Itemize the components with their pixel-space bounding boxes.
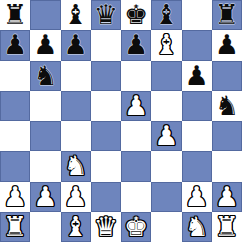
black-rook[interactable]: ♜ <box>215 0 239 30</box>
square-e6[interactable] <box>121 61 151 91</box>
square-h2[interactable]: ♟ <box>212 182 242 212</box>
square-b6[interactable]: ♞ <box>30 61 60 91</box>
square-f2[interactable] <box>151 182 181 212</box>
black-pawn[interactable]: ♟ <box>3 30 27 60</box>
square-e3[interactable] <box>121 151 151 181</box>
square-g6[interactable]: ♟ <box>182 61 212 91</box>
square-e2[interactable] <box>121 182 151 212</box>
square-d5[interactable] <box>91 91 121 121</box>
square-c3[interactable]: ♞ <box>61 151 91 181</box>
square-f1[interactable] <box>151 212 181 242</box>
square-h6[interactable] <box>212 61 242 91</box>
square-h1[interactable]: ♜ <box>212 212 242 242</box>
white-pawn[interactable]: ♟ <box>215 182 239 212</box>
square-h3[interactable] <box>212 151 242 181</box>
square-g3[interactable] <box>182 151 212 181</box>
square-g1[interactable]: ♞ <box>182 212 212 242</box>
white-knight[interactable]: ♞ <box>64 151 88 181</box>
black-pawn[interactable]: ♟ <box>33 30 57 60</box>
white-pawn[interactable]: ♟ <box>185 182 209 212</box>
square-g8[interactable] <box>182 0 212 30</box>
black-pawn[interactable]: ♟ <box>215 30 239 60</box>
square-h7[interactable]: ♟ <box>212 30 242 60</box>
black-rook[interactable]: ♜ <box>3 0 27 30</box>
square-h5[interactable]: ♞ <box>212 91 242 121</box>
square-d8[interactable]: ♛ <box>91 0 121 30</box>
square-g4[interactable] <box>182 121 212 151</box>
square-b3[interactable] <box>30 151 60 181</box>
white-pawn[interactable]: ♟ <box>154 121 178 151</box>
square-e8[interactable]: ♚ <box>121 0 151 30</box>
square-a7[interactable]: ♟ <box>0 30 30 60</box>
white-queen[interactable]: ♛ <box>94 212 118 242</box>
square-g2[interactable]: ♟ <box>182 182 212 212</box>
square-a5[interactable] <box>0 91 30 121</box>
square-g7[interactable] <box>182 30 212 60</box>
square-c4[interactable] <box>61 121 91 151</box>
square-b5[interactable] <box>30 91 60 121</box>
black-bishop[interactable]: ♝ <box>64 0 88 30</box>
square-c2[interactable]: ♟ <box>61 182 91 212</box>
square-d2[interactable] <box>91 182 121 212</box>
square-d4[interactable] <box>91 121 121 151</box>
white-rook[interactable]: ♜ <box>3 212 27 242</box>
square-f5[interactable] <box>151 91 181 121</box>
black-bishop[interactable]: ♝ <box>154 0 178 30</box>
square-c5[interactable] <box>61 91 91 121</box>
square-a2[interactable]: ♟ <box>0 182 30 212</box>
square-e7[interactable]: ♟ <box>121 30 151 60</box>
black-king[interactable]: ♚ <box>124 0 148 30</box>
square-b1[interactable] <box>30 212 60 242</box>
square-f4[interactable]: ♟ <box>151 121 181 151</box>
square-h4[interactable] <box>212 121 242 151</box>
square-h8[interactable]: ♜ <box>212 0 242 30</box>
square-e1[interactable]: ♚ <box>121 212 151 242</box>
square-a6[interactable] <box>0 61 30 91</box>
square-a3[interactable] <box>0 151 30 181</box>
black-knight[interactable]: ♞ <box>33 61 57 91</box>
square-a8[interactable]: ♜ <box>0 0 30 30</box>
square-b7[interactable]: ♟ <box>30 30 60 60</box>
chess-board: ♜♝♛♚♝♜♟♟♟♟♝♟♞♟♟♞♟♞♟♟♟♟♟♜♝♛♚♞♜ <box>0 0 242 242</box>
white-pawn[interactable]: ♟ <box>33 182 57 212</box>
square-e4[interactable] <box>121 121 151 151</box>
square-a1[interactable]: ♜ <box>0 212 30 242</box>
square-f8[interactable]: ♝ <box>151 0 181 30</box>
black-pawn[interactable]: ♟ <box>124 30 148 60</box>
square-c8[interactable]: ♝ <box>61 0 91 30</box>
square-f6[interactable] <box>151 61 181 91</box>
black-pawn[interactable]: ♟ <box>185 61 209 91</box>
square-d7[interactable] <box>91 30 121 60</box>
black-queen[interactable]: ♛ <box>94 0 118 30</box>
white-bishop[interactable]: ♝ <box>154 30 178 60</box>
white-knight[interactable]: ♞ <box>185 212 209 242</box>
black-pawn[interactable]: ♟ <box>64 30 88 60</box>
square-a4[interactable] <box>0 121 30 151</box>
square-d3[interactable] <box>91 151 121 181</box>
white-pawn[interactable]: ♟ <box>124 91 148 121</box>
square-c7[interactable]: ♟ <box>61 30 91 60</box>
white-rook[interactable]: ♜ <box>215 212 239 242</box>
square-d6[interactable] <box>91 61 121 91</box>
square-g5[interactable] <box>182 91 212 121</box>
square-f3[interactable] <box>151 151 181 181</box>
square-c1[interactable]: ♝ <box>61 212 91 242</box>
square-e5[interactable]: ♟ <box>121 91 151 121</box>
white-king[interactable]: ♚ <box>124 212 148 242</box>
square-f7[interactable]: ♝ <box>151 30 181 60</box>
square-b4[interactable] <box>30 121 60 151</box>
white-pawn[interactable]: ♟ <box>64 182 88 212</box>
square-b2[interactable]: ♟ <box>30 182 60 212</box>
black-knight[interactable]: ♞ <box>215 91 239 121</box>
square-b8[interactable] <box>30 0 60 30</box>
square-c6[interactable] <box>61 61 91 91</box>
white-pawn[interactable]: ♟ <box>3 182 27 212</box>
white-bishop[interactable]: ♝ <box>64 212 88 242</box>
square-d1[interactable]: ♛ <box>91 212 121 242</box>
